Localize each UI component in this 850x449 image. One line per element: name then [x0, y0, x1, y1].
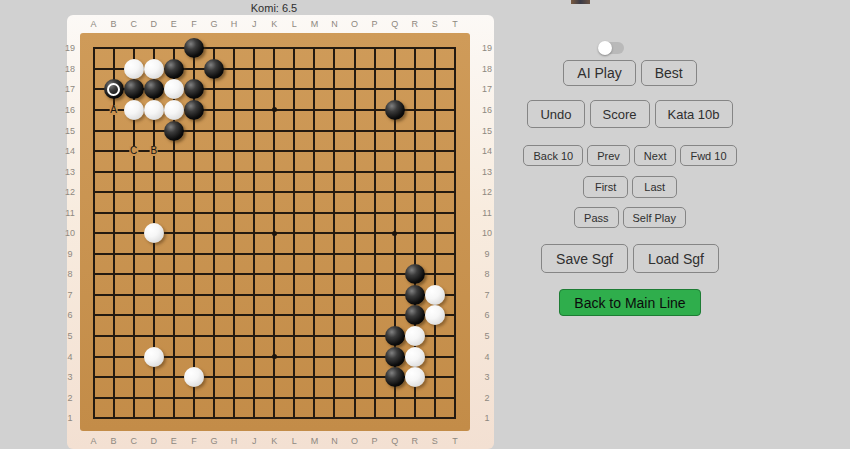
fwd-10-button[interactable]: Fwd 10 — [680, 145, 736, 166]
coord-col-bottom: C — [124, 436, 144, 446]
ai-play-button[interactable]: AI Play — [563, 60, 635, 86]
coord-row-left: 8 — [63, 269, 77, 279]
kata-10b-button[interactable]: Kata 10b — [655, 100, 733, 128]
coord-col-bottom: F — [184, 436, 204, 446]
coord-col-bottom: S — [425, 436, 445, 446]
coord-row-right: 2 — [480, 393, 494, 403]
coord-row-right: 13 — [480, 167, 494, 177]
undo-button[interactable]: Undo — [527, 100, 584, 128]
row-navigation: Back 10 Prev Next Fwd 10 — [495, 145, 765, 166]
coord-col-top: D — [144, 19, 164, 29]
grid-line-h — [93, 294, 456, 296]
variation-label-C: C — [129, 146, 138, 156]
coord-col-bottom: E — [164, 436, 184, 446]
coord-col-top: S — [425, 19, 445, 29]
coord-col-bottom: T — [445, 436, 465, 446]
grid-line-v — [374, 47, 376, 419]
coord-row-left: 6 — [63, 310, 77, 320]
grid-line-h — [93, 273, 456, 275]
coord-row-right: 7 — [480, 290, 494, 300]
coord-row-right: 15 — [480, 126, 494, 136]
stone-white-S7 — [425, 285, 445, 305]
stone-black-Q16 — [385, 100, 405, 120]
coord-col-top: H — [224, 19, 244, 29]
star-point — [272, 107, 277, 112]
variation-label-A: A — [109, 105, 118, 115]
coord-row-left: 9 — [63, 249, 77, 259]
coord-col-bottom: N — [324, 436, 344, 446]
stone-white-D18 — [144, 59, 164, 79]
star-point — [392, 231, 397, 236]
load-sgf-button[interactable]: Load Sgf — [633, 244, 719, 273]
stone-black-Q5 — [385, 326, 405, 346]
stone-white-F3 — [184, 367, 204, 387]
coord-col-bottom: A — [84, 436, 104, 446]
grid-line-h — [93, 253, 456, 255]
coord-col-bottom: B — [104, 436, 124, 446]
coord-row-left: 5 — [63, 331, 77, 341]
stone-black-G18 — [204, 59, 224, 79]
stone-black-C17 — [124, 79, 144, 99]
coord-row-left: 18 — [63, 64, 77, 74]
row-pass: Pass Self Play — [495, 207, 765, 228]
stone-black-R7 — [405, 285, 425, 305]
coord-row-right: 17 — [480, 84, 494, 94]
coord-col-top: M — [304, 19, 324, 29]
coord-col-top: G — [204, 19, 224, 29]
coord-col-top: N — [324, 19, 344, 29]
row-back-main: Back to Main Line — [495, 289, 765, 316]
grid-line-h — [93, 417, 456, 419]
app-root: Komi: 6.5 ABC AABBCCDDEEFFGGHHJJKKLLMMNN… — [0, 0, 850, 449]
coord-col-top: L — [284, 19, 304, 29]
coord-col-top: T — [445, 19, 465, 29]
coord-col-bottom: Q — [385, 436, 405, 446]
partial-image-sliver — [571, 0, 590, 4]
coord-col-bottom: L — [284, 436, 304, 446]
stone-white-C18 — [124, 59, 144, 79]
stone-white-C16 — [124, 100, 144, 120]
coord-row-left: 2 — [63, 393, 77, 403]
coord-row-left: 12 — [63, 187, 77, 197]
coord-row-left: 10 — [63, 228, 77, 238]
stone-black-R8 — [405, 264, 425, 284]
coord-row-right: 1 — [480, 413, 494, 423]
coord-col-bottom: H — [224, 436, 244, 446]
stone-black-D17 — [144, 79, 164, 99]
coord-row-right: 8 — [480, 269, 494, 279]
coord-row-left: 16 — [63, 105, 77, 115]
stone-black-Q4 — [385, 347, 405, 367]
coord-row-left: 4 — [63, 352, 77, 362]
coord-col-bottom: J — [244, 436, 264, 446]
coord-col-top: C — [124, 19, 144, 29]
grid-line-v — [354, 47, 356, 419]
variation-label-B: B — [149, 146, 158, 156]
stone-white-E17 — [164, 79, 184, 99]
row-first-last: First Last — [495, 176, 765, 198]
coord-row-right: 18 — [480, 64, 494, 74]
coord-col-bottom: M — [304, 436, 324, 446]
last-move-marker — [107, 83, 120, 96]
last-button[interactable]: Last — [632, 176, 677, 198]
back-to-main-line-button[interactable]: Back to Main Line — [559, 289, 700, 316]
coord-col-top: P — [365, 19, 385, 29]
coord-col-top: Q — [385, 19, 405, 29]
best-button[interactable]: Best — [641, 60, 697, 86]
stone-black-Q3 — [385, 367, 405, 387]
next-button[interactable]: Next — [634, 145, 677, 166]
star-point — [272, 354, 277, 359]
grid-line-v — [293, 47, 295, 419]
coord-row-left: 15 — [63, 126, 77, 136]
first-button[interactable]: First — [583, 176, 628, 198]
coord-row-right: 11 — [480, 208, 494, 218]
stone-black-E15 — [164, 121, 184, 141]
grid-line-h — [93, 314, 456, 316]
stone-white-R4 — [405, 347, 425, 367]
coord-row-right: 6 — [480, 310, 494, 320]
save-sgf-button[interactable]: Save Sgf — [541, 244, 628, 273]
grid-line-h — [93, 397, 456, 399]
coord-col-bottom: R — [405, 436, 425, 446]
stone-white-D4 — [144, 347, 164, 367]
goban[interactable]: ABC — [80, 33, 470, 431]
coord-row-right: 16 — [480, 105, 494, 115]
coord-row-left: 11 — [63, 208, 77, 218]
coord-col-bottom: K — [264, 436, 284, 446]
stone-white-R5 — [405, 326, 425, 346]
coord-col-top: A — [84, 19, 104, 29]
coord-row-left: 1 — [63, 413, 77, 423]
coord-col-bottom: G — [204, 436, 224, 446]
coord-col-top: O — [345, 19, 365, 29]
coord-row-left: 13 — [63, 167, 77, 177]
grid-line-v — [313, 47, 315, 419]
coord-row-right: 9 — [480, 249, 494, 259]
row-sgf: Save Sgf Load Sgf — [495, 244, 765, 273]
coord-col-bottom: O — [345, 436, 365, 446]
coord-row-left: 19 — [63, 43, 77, 53]
grid-line-v — [454, 47, 456, 419]
coord-row-right: 14 — [480, 146, 494, 156]
coord-col-top: R — [405, 19, 425, 29]
goban-frame: ABC AABBCCDDEEFFGGHHJJKKLLMMNNOOPPQQRRSS… — [67, 15, 494, 449]
stone-white-R3 — [405, 367, 425, 387]
star-point — [272, 231, 277, 236]
coord-col-top: E — [164, 19, 184, 29]
coord-col-top: J — [244, 19, 264, 29]
coord-row-right: 3 — [480, 372, 494, 382]
stone-black-E18 — [164, 59, 184, 79]
grid-line-v — [333, 47, 335, 419]
coord-row-right: 12 — [480, 187, 494, 197]
stone-black-R6 — [405, 305, 425, 325]
ai-toggle-switch[interactable] — [599, 42, 624, 54]
stone-black-F17 — [184, 79, 204, 99]
row-undo: Undo Score Kata 10b — [495, 100, 765, 128]
coord-row-left: 3 — [63, 372, 77, 382]
pass-button[interactable]: Pass — [574, 207, 618, 228]
stone-white-S6 — [425, 305, 445, 325]
coord-col-top: F — [184, 19, 204, 29]
coord-col-top: K — [264, 19, 284, 29]
prev-button[interactable]: Prev — [587, 145, 630, 166]
stone-black-F16 — [184, 100, 204, 120]
grid-line-v — [434, 47, 436, 419]
back-10-button[interactable]: Back 10 — [523, 145, 583, 166]
coord-row-left: 17 — [63, 84, 77, 94]
stone-white-D10 — [144, 223, 164, 243]
coord-row-left: 7 — [63, 290, 77, 300]
self-play-button[interactable]: Self Play — [623, 207, 686, 228]
coord-col-bottom: P — [365, 436, 385, 446]
coord-col-bottom: D — [144, 436, 164, 446]
komi-label: Komi: 6.5 — [67, 2, 481, 14]
stone-black-F19 — [184, 38, 204, 58]
coord-row-right: 4 — [480, 352, 494, 362]
coord-row-right: 19 — [480, 43, 494, 53]
coord-row-right: 10 — [480, 228, 494, 238]
stone-white-E16 — [164, 100, 184, 120]
score-button[interactable]: Score — [590, 100, 650, 128]
coord-row-left: 14 — [63, 146, 77, 156]
coord-col-top: B — [104, 19, 124, 29]
row-ai: AI Play Best — [495, 60, 765, 86]
coord-row-right: 5 — [480, 331, 494, 341]
stone-white-D16 — [144, 100, 164, 120]
toggle-knob — [598, 41, 612, 55]
